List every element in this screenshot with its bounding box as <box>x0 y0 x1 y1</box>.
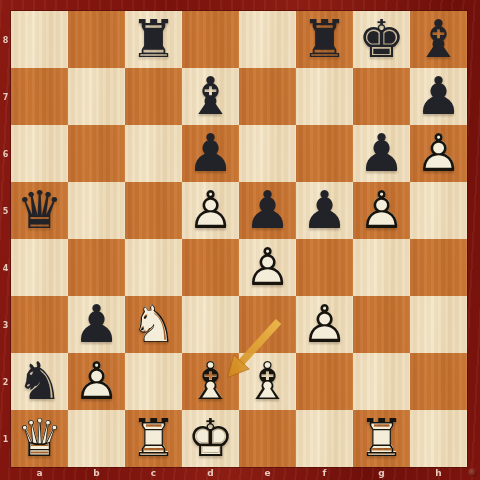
file-label-d: d <box>182 467 239 480</box>
piece-black-pawn-b3[interactable]: ♟ <box>68 296 125 353</box>
piece-white-king-d1[interactable]: ♚♔ <box>182 410 239 467</box>
piece-white-queen-a1[interactable]: ♛♕ <box>11 410 68 467</box>
square-b4[interactable] <box>68 239 125 296</box>
square-b1[interactable] <box>68 410 125 467</box>
black-rook-glyph: ♜ <box>125 11 182 68</box>
piece-black-rook-c8[interactable]: ♜ <box>125 11 182 68</box>
piece-black-pawn-e5[interactable]: ♟ <box>239 182 296 239</box>
white-pawn-outline-glyph: ♙ <box>239 239 296 296</box>
square-c2[interactable] <box>125 353 182 410</box>
square-d3[interactable] <box>182 296 239 353</box>
white-bishop-outline-glyph: ♗ <box>182 353 239 410</box>
black-queen-glyph: ♛ <box>11 182 68 239</box>
white-pawn-outline-glyph: ♙ <box>410 125 467 182</box>
square-f1[interactable] <box>296 410 353 467</box>
file-label-h: h <box>410 467 467 480</box>
square-g7[interactable] <box>353 68 410 125</box>
piece-black-bishop-d7[interactable]: ♝ <box>182 68 239 125</box>
square-a8[interactable] <box>11 11 68 68</box>
piece-white-bishop-e2[interactable]: ♝♗ <box>239 353 296 410</box>
file-label-f: f <box>296 467 353 480</box>
square-a7[interactable] <box>11 68 68 125</box>
black-pawn-glyph: ♟ <box>296 182 353 239</box>
white-pawn-outline-glyph: ♙ <box>182 182 239 239</box>
frame-stud <box>468 468 477 477</box>
piece-black-knight-a2[interactable]: ♞ <box>11 353 68 410</box>
piece-white-pawn-h6[interactable]: ♟♙ <box>410 125 467 182</box>
square-b5[interactable] <box>68 182 125 239</box>
piece-white-pawn-e4[interactable]: ♟♙ <box>239 239 296 296</box>
square-b6[interactable] <box>68 125 125 182</box>
square-f7[interactable] <box>296 68 353 125</box>
white-queen-glyph: ♛ <box>12 411 67 466</box>
square-d4[interactable] <box>182 239 239 296</box>
piece-white-pawn-f3[interactable]: ♟♙ <box>296 296 353 353</box>
square-f4[interactable] <box>296 239 353 296</box>
square-f2[interactable] <box>296 353 353 410</box>
square-h1[interactable] <box>410 410 467 467</box>
white-knight-glyph: ♞ <box>126 297 181 352</box>
square-e6[interactable] <box>239 125 296 182</box>
square-g4[interactable] <box>353 239 410 296</box>
piece-white-pawn-d5[interactable]: ♟♙ <box>182 182 239 239</box>
black-knight-glyph: ♞ <box>11 353 68 410</box>
black-pawn-glyph: ♟ <box>68 296 125 353</box>
square-e1[interactable] <box>239 410 296 467</box>
white-rook-outline-glyph: ♖ <box>353 410 410 467</box>
white-pawn-glyph: ♟ <box>69 354 124 409</box>
square-g2[interactable] <box>353 353 410 410</box>
square-a3[interactable] <box>11 296 68 353</box>
square-g3[interactable] <box>353 296 410 353</box>
white-rook-glyph: ♜ <box>126 411 181 466</box>
rank-label-1: 1 <box>0 434 11 443</box>
square-c7[interactable] <box>125 68 182 125</box>
file-label-g: g <box>353 467 410 480</box>
piece-white-rook-c1[interactable]: ♜♖ <box>125 410 182 467</box>
white-knight-outline-glyph: ♘ <box>125 296 182 353</box>
black-rook-glyph: ♜ <box>296 11 353 68</box>
file-label-a: a <box>11 467 68 480</box>
piece-white-pawn-b2[interactable]: ♟♙ <box>68 353 125 410</box>
black-pawn-glyph: ♟ <box>353 125 410 182</box>
square-b8[interactable] <box>68 11 125 68</box>
square-c6[interactable] <box>125 125 182 182</box>
white-pawn-glyph: ♟ <box>354 183 409 238</box>
square-h4[interactable] <box>410 239 467 296</box>
piece-white-pawn-g5[interactable]: ♟♙ <box>353 182 410 239</box>
piece-black-pawn-h7[interactable]: ♟ <box>410 68 467 125</box>
piece-black-pawn-f5[interactable]: ♟ <box>296 182 353 239</box>
white-bishop-glyph: ♝ <box>240 354 295 409</box>
square-e8[interactable] <box>239 11 296 68</box>
piece-white-knight-c3[interactable]: ♞♘ <box>125 296 182 353</box>
square-c4[interactable] <box>125 239 182 296</box>
piece-black-pawn-d6[interactable]: ♟ <box>182 125 239 182</box>
black-bishop-glyph: ♝ <box>182 68 239 125</box>
chess-board-window: ♜♜♚♝♝♟♟♟♟♙♛♟♙♟♟♟♙♟♙♟♞♘♟♙♞♟♙♝♗♝♗♛♕♜♖♚♔♜♖ … <box>0 0 480 480</box>
black-pawn-glyph: ♟ <box>410 68 467 125</box>
file-label-c: c <box>125 467 182 480</box>
black-pawn-glyph: ♟ <box>239 182 296 239</box>
piece-black-bishop-h8[interactable]: ♝ <box>410 11 467 68</box>
rank-label-8: 8 <box>0 35 11 44</box>
square-c5[interactable] <box>125 182 182 239</box>
white-pawn-glyph: ♟ <box>297 297 352 352</box>
white-king-glyph: ♚ <box>183 411 238 466</box>
rank-label-5: 5 <box>0 206 11 215</box>
rank-label-3: 3 <box>0 320 11 329</box>
square-h3[interactable] <box>410 296 467 353</box>
rank-label-4: 4 <box>0 263 11 272</box>
square-h2[interactable] <box>410 353 467 410</box>
square-e7[interactable] <box>239 68 296 125</box>
file-label-b: b <box>68 467 125 480</box>
white-bishop-glyph: ♝ <box>183 354 238 409</box>
white-pawn-glyph: ♟ <box>183 183 238 238</box>
white-pawn-glyph: ♟ <box>411 126 466 181</box>
chess-board[interactable]: ♜♜♚♝♝♟♟♟♟♙♛♟♙♟♟♟♙♟♙♟♞♘♟♙♞♟♙♝♗♝♗♛♕♜♖♚♔♜♖ <box>11 11 467 467</box>
piece-white-rook-g1[interactable]: ♜♖ <box>353 410 410 467</box>
white-rook-outline-glyph: ♖ <box>125 410 182 467</box>
piece-black-rook-f8[interactable]: ♜ <box>296 11 353 68</box>
white-bishop-outline-glyph: ♗ <box>239 353 296 410</box>
rank-label-7: 7 <box>0 92 11 101</box>
black-king-glyph: ♚ <box>353 11 410 68</box>
white-pawn-outline-glyph: ♙ <box>296 296 353 353</box>
square-a6[interactable] <box>11 125 68 182</box>
square-d8[interactable] <box>182 11 239 68</box>
square-h5[interactable] <box>410 182 467 239</box>
rank-label-2: 2 <box>0 377 11 386</box>
white-pawn-glyph: ♟ <box>240 240 295 295</box>
rank-label-6: 6 <box>0 149 11 158</box>
black-pawn-glyph: ♟ <box>182 125 239 182</box>
black-bishop-glyph: ♝ <box>410 11 467 68</box>
square-a4[interactable] <box>11 239 68 296</box>
file-label-e: e <box>239 467 296 480</box>
piece-black-queen-a5[interactable]: ♛ <box>11 182 68 239</box>
white-king-outline-glyph: ♔ <box>182 410 239 467</box>
piece-white-bishop-d2[interactable]: ♝♗ <box>182 353 239 410</box>
white-pawn-outline-glyph: ♙ <box>68 353 125 410</box>
square-f6[interactable] <box>296 125 353 182</box>
white-rook-glyph: ♜ <box>354 411 409 466</box>
square-e3[interactable] <box>239 296 296 353</box>
piece-black-king-g8[interactable]: ♚ <box>353 11 410 68</box>
white-queen-outline-glyph: ♕ <box>11 410 68 467</box>
white-pawn-outline-glyph: ♙ <box>353 182 410 239</box>
square-b7[interactable] <box>68 68 125 125</box>
piece-black-pawn-g6[interactable]: ♟ <box>353 125 410 182</box>
